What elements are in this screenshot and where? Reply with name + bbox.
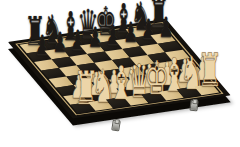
clasp-icon: [189, 100, 198, 112]
board-squares: ♜♞♝♛♚♝♞♜♟♟♟♟♟♟♟♟♟♟♟♟♟♟♟♟♜♞♝♛♚♝♞♜: [20, 24, 220, 113]
chess-set-photo: ♜♞♝♛♚♝♞♜♟♟♟♟♟♟♟♟♟♟♟♟♟♟♟♟♜♞♝♛♚♝♞♜: [0, 0, 240, 147]
clasp-icon: [111, 119, 121, 131]
